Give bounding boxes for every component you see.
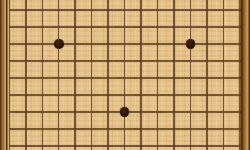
- grid-horizontal-line: [8, 9, 242, 11]
- grid-horizontal-line: [8, 128, 242, 130]
- grid-horizontal-line: [8, 145, 242, 147]
- grid-horizontal-line: [8, 43, 242, 45]
- star-point-4-4: [54, 39, 64, 49]
- star-point-8-8: [120, 107, 130, 117]
- grid-horizontal-line: [8, 77, 242, 79]
- gomoku-game-screen: [0, 0, 250, 150]
- grid-horizontal-line: [8, 94, 242, 96]
- grid-horizontal-line: [8, 26, 242, 28]
- grid-horizontal-line: [8, 60, 242, 62]
- board-frame-right-rail: [241, 0, 250, 150]
- star-point-12-4: [186, 39, 196, 49]
- board-frame-left-rail: [0, 0, 9, 150]
- gomoku-board[interactable]: [9, 0, 241, 150]
